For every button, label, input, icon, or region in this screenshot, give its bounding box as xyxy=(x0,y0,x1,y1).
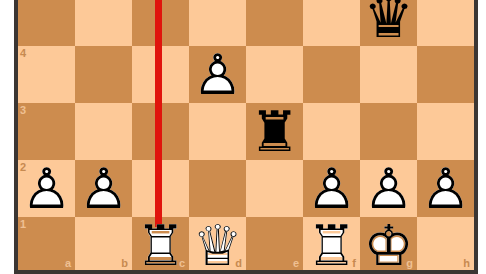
square-g3[interactable] xyxy=(360,103,417,160)
square-b1[interactable] xyxy=(75,217,132,274)
piece-black-rook-e3[interactable]: ♜ xyxy=(246,103,303,160)
square-a3[interactable] xyxy=(18,103,75,160)
piece-white-rook-f1[interactable]: ♖ xyxy=(303,217,360,274)
square-f5[interactable] xyxy=(303,0,360,46)
chessboard-viewport: ♛♟♙♜♟♙♟♙♟♙♟♙♟♙♜♖♛♕♜♖♚♔ 4321abcdefgh xyxy=(0,0,486,274)
piece-white-rook-c1[interactable]: ♖ xyxy=(132,217,189,274)
square-b5[interactable] xyxy=(75,0,132,46)
square-g1[interactable]: ♚♔ xyxy=(360,217,417,274)
square-a5[interactable] xyxy=(18,0,75,46)
move-arrow-line xyxy=(155,0,162,227)
square-d4[interactable]: ♟♙ xyxy=(189,46,246,103)
square-b4[interactable] xyxy=(75,46,132,103)
square-e5[interactable] xyxy=(246,0,303,46)
board-frame-right xyxy=(474,0,478,274)
piece-black-queen-g5[interactable]: ♛ xyxy=(360,0,417,46)
square-g2[interactable]: ♟♙ xyxy=(360,160,417,217)
piece-white-king-g1[interactable]: ♔ xyxy=(360,217,417,274)
square-f4[interactable] xyxy=(303,46,360,103)
piece-white-pawn-h2[interactable]: ♙ xyxy=(417,160,474,217)
square-h2[interactable]: ♟♙ xyxy=(417,160,474,217)
piece-white-pawn-f2[interactable]: ♙ xyxy=(303,160,360,217)
square-h5[interactable] xyxy=(417,0,474,46)
square-a4[interactable] xyxy=(18,46,75,103)
square-f2[interactable]: ♟♙ xyxy=(303,160,360,217)
square-a2[interactable]: ♟♙ xyxy=(18,160,75,217)
square-h1[interactable] xyxy=(417,217,474,274)
square-g5[interactable]: ♛ xyxy=(360,0,417,46)
square-e2[interactable] xyxy=(246,160,303,217)
square-d5[interactable] xyxy=(189,0,246,46)
board-frame-left xyxy=(14,0,18,274)
square-f1[interactable]: ♜♖ xyxy=(303,217,360,274)
square-g4[interactable] xyxy=(360,46,417,103)
square-a1[interactable] xyxy=(18,217,75,274)
piece-white-pawn-g2[interactable]: ♙ xyxy=(360,160,417,217)
square-b2[interactable]: ♟♙ xyxy=(75,160,132,217)
square-e1[interactable] xyxy=(246,217,303,274)
chess-board[interactable]: ♛♟♙♜♟♙♟♙♟♙♟♙♟♙♜♖♛♕♜♖♚♔ xyxy=(18,0,474,274)
square-f3[interactable] xyxy=(303,103,360,160)
square-e3[interactable]: ♜ xyxy=(246,103,303,160)
square-d3[interactable] xyxy=(189,103,246,160)
square-c1[interactable]: ♜♖ xyxy=(132,217,189,274)
piece-white-pawn-b2[interactable]: ♙ xyxy=(75,160,132,217)
square-h3[interactable] xyxy=(417,103,474,160)
piece-white-pawn-d4[interactable]: ♙ xyxy=(189,46,246,103)
piece-white-queen-d1[interactable]: ♕ xyxy=(189,217,246,274)
piece-white-pawn-a2[interactable]: ♙ xyxy=(18,160,75,217)
square-b3[interactable] xyxy=(75,103,132,160)
square-d2[interactable] xyxy=(189,160,246,217)
square-h4[interactable] xyxy=(417,46,474,103)
square-d1[interactable]: ♛♕ xyxy=(189,217,246,274)
board-frame-bottom xyxy=(14,270,478,274)
square-e4[interactable] xyxy=(246,46,303,103)
